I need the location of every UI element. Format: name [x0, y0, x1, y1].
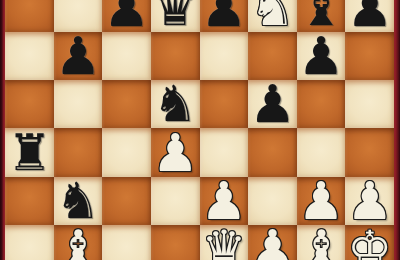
piece-white-pawn-h3: ♟ [346, 177, 393, 225]
square-a7[interactable] [5, 0, 54, 32]
piece-black-knight-d5: ♞ [153, 80, 198, 128]
chess-board[interactable]: ♟♛♟♞♝♟♟♟♞♟♜♟♞♟♟♟♝♛♟♝♚ [5, 0, 394, 260]
square-e4[interactable] [200, 128, 249, 176]
square-d3[interactable] [151, 177, 200, 225]
square-f2[interactable]: ♟ [248, 225, 297, 260]
square-g5[interactable] [297, 80, 346, 128]
board-frame-left [0, 0, 5, 260]
square-f6[interactable] [248, 32, 297, 80]
square-h6[interactable] [345, 32, 394, 80]
square-d2[interactable] [151, 225, 200, 260]
piece-white-knight-f7: ♞ [250, 0, 295, 32]
square-e3[interactable]: ♟ [200, 177, 249, 225]
square-e6[interactable] [200, 32, 249, 80]
piece-white-pawn-f2: ♟ [249, 225, 296, 260]
square-h4[interactable] [345, 128, 394, 176]
square-a2[interactable] [5, 225, 54, 260]
square-a4[interactable]: ♜ [5, 128, 54, 176]
chess-diagram: ♟♛♟♞♝♟♟♟♞♟♜♟♞♟♟♟♝♛♟♝♚ [0, 0, 400, 260]
square-c5[interactable] [102, 80, 151, 128]
piece-white-king-h2: ♚ [347, 225, 392, 260]
piece-black-pawn-f5: ♟ [249, 80, 296, 128]
square-d7[interactable]: ♛ [151, 0, 200, 32]
piece-black-pawn-g6: ♟ [298, 32, 345, 80]
piece-black-rook-a4: ♜ [7, 129, 52, 177]
square-a6[interactable] [5, 32, 54, 80]
square-f4[interactable] [248, 128, 297, 176]
piece-black-pawn-b6: ♟ [55, 32, 102, 80]
square-d4[interactable]: ♟ [151, 128, 200, 176]
square-d5[interactable]: ♞ [151, 80, 200, 128]
piece-white-pawn-g3: ♟ [298, 177, 345, 225]
square-e5[interactable] [200, 80, 249, 128]
square-c7[interactable]: ♟ [102, 0, 151, 32]
square-b2[interactable]: ♝ [54, 225, 103, 260]
square-b5[interactable] [54, 80, 103, 128]
square-b3[interactable]: ♞ [54, 177, 103, 225]
square-c4[interactable] [102, 128, 151, 176]
square-c6[interactable] [102, 32, 151, 80]
piece-black-pawn-h7: ♟ [346, 0, 393, 32]
piece-black-pawn-e7: ♟ [201, 0, 248, 32]
piece-white-bishop-g2: ♝ [299, 225, 344, 260]
square-e2[interactable]: ♛ [200, 225, 249, 260]
square-a3[interactable] [5, 177, 54, 225]
square-g3[interactable]: ♟ [297, 177, 346, 225]
square-g4[interactable] [297, 128, 346, 176]
square-a5[interactable] [5, 80, 54, 128]
piece-black-knight-b3: ♞ [56, 177, 101, 225]
piece-white-queen-e2: ♛ [201, 225, 246, 260]
square-g6[interactable]: ♟ [297, 32, 346, 80]
square-h7[interactable]: ♟ [345, 0, 394, 32]
square-c3[interactable] [102, 177, 151, 225]
square-h2[interactable]: ♚ [345, 225, 394, 260]
square-f7[interactable]: ♞ [248, 0, 297, 32]
square-f5[interactable]: ♟ [248, 80, 297, 128]
square-e7[interactable]: ♟ [200, 0, 249, 32]
piece-black-queen-d7: ♛ [153, 0, 198, 32]
piece-black-pawn-c7: ♟ [103, 0, 150, 32]
piece-white-pawn-d4: ♟ [152, 129, 199, 177]
square-g2[interactable]: ♝ [297, 225, 346, 260]
square-f3[interactable] [248, 177, 297, 225]
piece-white-pawn-e3: ♟ [201, 177, 248, 225]
square-b4[interactable] [54, 128, 103, 176]
square-c2[interactable] [102, 225, 151, 260]
square-d6[interactable] [151, 32, 200, 80]
square-h5[interactable] [345, 80, 394, 128]
square-b6[interactable]: ♟ [54, 32, 103, 80]
piece-white-bishop-b2: ♝ [56, 225, 101, 260]
square-h3[interactable]: ♟ [345, 177, 394, 225]
board-frame-right [394, 0, 400, 260]
